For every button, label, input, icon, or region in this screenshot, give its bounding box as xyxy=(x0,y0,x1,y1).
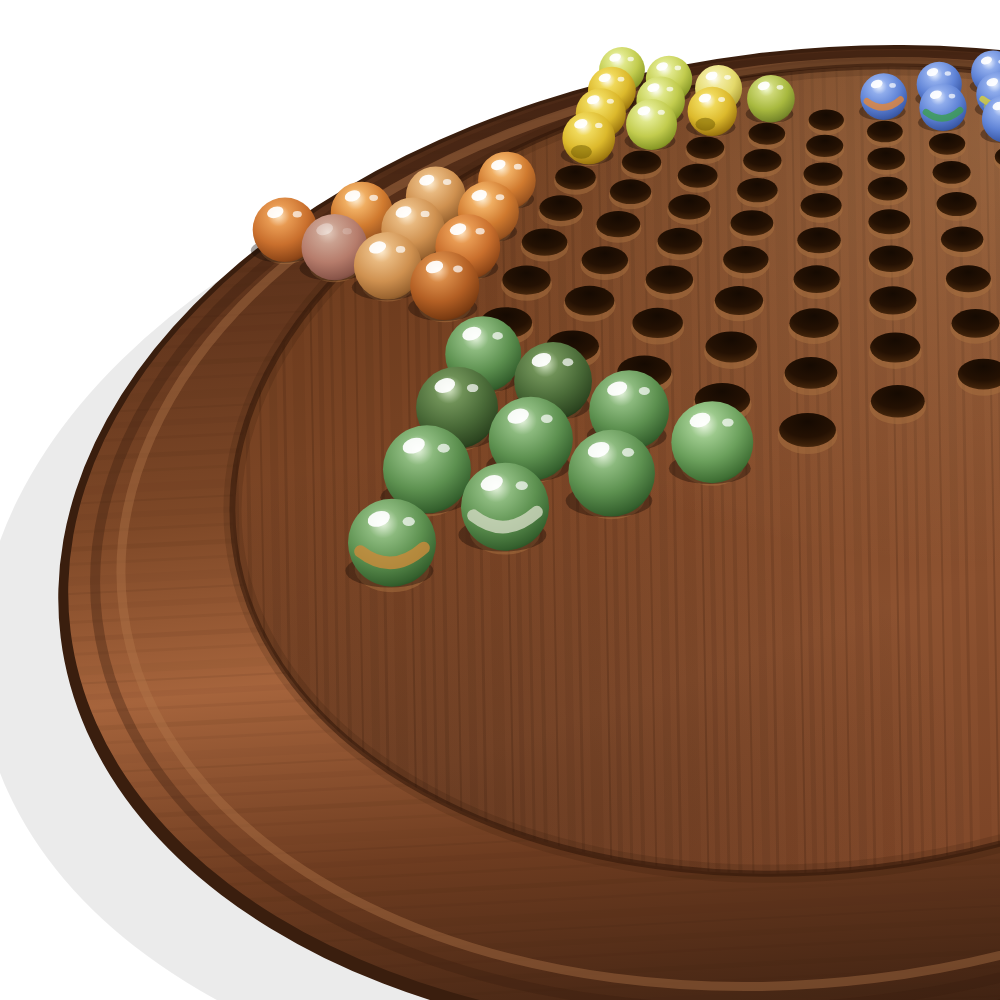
board-hole[interactable] xyxy=(867,177,909,206)
board-hole[interactable] xyxy=(748,123,786,150)
board-hole[interactable] xyxy=(866,121,904,147)
board-hole[interactable] xyxy=(521,229,569,262)
board-hole[interactable] xyxy=(580,246,629,280)
board-hole[interactable] xyxy=(538,195,583,226)
board-hole[interactable] xyxy=(714,286,765,321)
board-hole[interactable] xyxy=(677,164,719,193)
board-hole[interactable] xyxy=(564,286,616,322)
board-hole[interactable] xyxy=(870,385,927,424)
board-photo-scene: Angled close-up of a round dark wooden c… xyxy=(0,0,1000,1000)
board-hole[interactable] xyxy=(631,308,684,345)
board-hole[interactable] xyxy=(621,151,662,179)
board-hole[interactable] xyxy=(736,178,779,207)
board-hole[interactable] xyxy=(609,179,652,209)
board-hole[interactable] xyxy=(645,265,695,299)
board-hole[interactable] xyxy=(729,210,774,241)
board-hole[interactable] xyxy=(867,209,911,239)
board-hole[interactable] xyxy=(704,331,758,368)
board-hole[interactable] xyxy=(945,265,992,298)
board-hole[interactable] xyxy=(667,194,711,225)
board-hole[interactable] xyxy=(868,286,917,320)
board-hole[interactable] xyxy=(932,161,972,189)
board-hole[interactable] xyxy=(803,162,844,190)
board-hole[interactable] xyxy=(685,136,725,163)
board-hole[interactable] xyxy=(501,266,552,301)
board-hole[interactable] xyxy=(928,133,966,159)
board-hole[interactable] xyxy=(805,135,844,162)
board-hole[interactable] xyxy=(722,246,770,279)
board-hole[interactable] xyxy=(800,193,843,223)
board-hole[interactable] xyxy=(742,149,782,177)
board-hole[interactable] xyxy=(783,357,838,395)
board-hole[interactable] xyxy=(778,413,838,454)
board-hole[interactable] xyxy=(554,165,597,194)
board-hole[interactable] xyxy=(808,109,845,135)
chinese-checkers-board xyxy=(0,0,1000,1000)
board-hole[interactable] xyxy=(868,246,915,278)
board-hole[interactable] xyxy=(656,228,703,260)
board-hole[interactable] xyxy=(866,147,905,174)
board-hole[interactable] xyxy=(936,192,978,221)
board-hole[interactable] xyxy=(869,332,922,368)
board-hole[interactable] xyxy=(950,309,1000,344)
board-hole[interactable] xyxy=(796,227,842,259)
board-hole[interactable] xyxy=(792,265,841,299)
board-hole[interactable] xyxy=(788,308,840,344)
board-hole[interactable] xyxy=(940,227,985,258)
board-hole[interactable] xyxy=(595,211,641,243)
